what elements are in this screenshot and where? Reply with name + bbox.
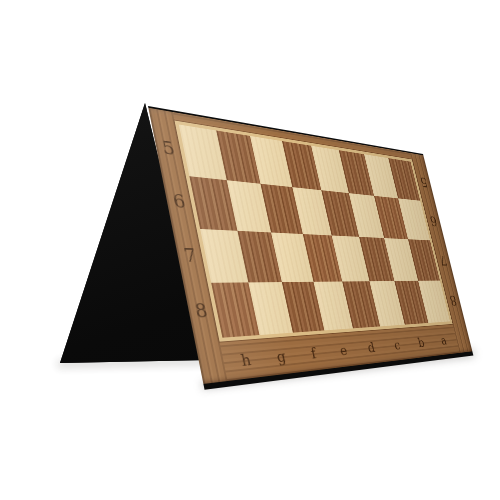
board-face: 5678 5678 hgfedcba (148, 108, 472, 384)
product-photo-stage: 5678 5678 hgfedcba (0, 0, 500, 500)
folded-chessboard: 5678 5678 hgfedcba (148, 106, 473, 390)
squares-grid (179, 125, 450, 338)
